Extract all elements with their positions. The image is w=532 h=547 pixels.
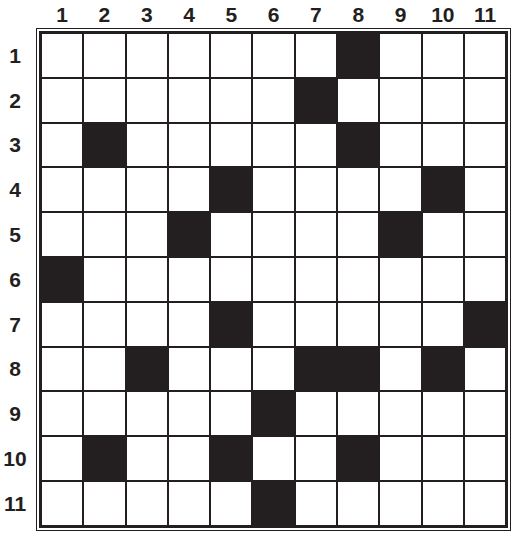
grid-cell-r9c1[interactable] <box>42 392 82 435</box>
puzzle-layout: 1234567891011 1234567891011 <box>0 0 532 531</box>
row-label-1: 1 <box>0 34 36 77</box>
grid-cell-r6c10[interactable] <box>423 258 463 301</box>
grid-cell-r6c3[interactable] <box>127 258 167 301</box>
corner-spacer <box>0 0 36 28</box>
black-cell-r1c8 <box>338 34 378 77</box>
grid-cell-r1c1[interactable] <box>42 34 82 77</box>
grid-cell-r2c1[interactable] <box>42 79 82 122</box>
grid-cell-r9c3[interactable] <box>127 392 167 435</box>
grid-cell-r5c7[interactable] <box>296 213 336 256</box>
grid-cell-r5c6[interactable] <box>253 213 293 256</box>
black-cell-r10c5 <box>211 437 251 480</box>
grid-cell-r6c5[interactable] <box>211 258 251 301</box>
grid-cell-r4c1[interactable] <box>42 168 82 211</box>
grid-cell-r10c1[interactable] <box>42 437 82 480</box>
row-label-5: 5 <box>0 213 36 256</box>
grid-cell-r7c10[interactable] <box>423 303 463 346</box>
grid-cell-r8c4[interactable] <box>169 348 209 391</box>
grid-cell-r7c1[interactable] <box>42 303 82 346</box>
board-frame <box>36 28 511 531</box>
black-cell-r5c4 <box>169 213 209 256</box>
column-label-2: 2 <box>84 4 124 25</box>
column-label-5: 5 <box>211 4 251 25</box>
black-cell-r5c9 <box>380 213 420 256</box>
grid-cell-r11c2[interactable] <box>84 482 124 525</box>
black-cell-r4c10 <box>423 168 463 211</box>
grid-cell-r3c9[interactable] <box>380 124 420 167</box>
grid-cell-r1c2[interactable] <box>84 34 124 77</box>
grid-cell-r4c6[interactable] <box>253 168 293 211</box>
column-label-3: 3 <box>127 4 167 25</box>
grid-cell-r2c9[interactable] <box>380 79 420 122</box>
grid-cell-r11c9[interactable] <box>380 482 420 525</box>
grid-cell-r1c6[interactable] <box>253 34 293 77</box>
grid-cell-r3c4[interactable] <box>169 124 209 167</box>
grid-cell-r9c4[interactable] <box>169 392 209 435</box>
column-label-4: 4 <box>169 4 209 25</box>
grid-cell-r6c7[interactable] <box>296 258 336 301</box>
grid-cell-r4c3[interactable] <box>127 168 167 211</box>
grid-cell-r9c10[interactable] <box>423 392 463 435</box>
grid-cell-r4c9[interactable] <box>380 168 420 211</box>
grid-cell-r7c8[interactable] <box>338 303 378 346</box>
row-labels: 1234567891011 <box>0 28 36 531</box>
row-label-8: 8 <box>0 348 36 391</box>
grid-cell-r9c11[interactable] <box>465 392 505 435</box>
grid-cell-r1c7[interactable] <box>296 34 336 77</box>
grid-cell-r3c10[interactable] <box>423 124 463 167</box>
grid-cell-r2c6[interactable] <box>253 79 293 122</box>
row-label-9: 9 <box>0 392 36 435</box>
grid-cell-r9c2[interactable] <box>84 392 124 435</box>
grid-cell-r8c5[interactable] <box>211 348 251 391</box>
grid-cell-r9c8[interactable] <box>338 392 378 435</box>
grid-cell-r8c1[interactable] <box>42 348 82 391</box>
grid-cell-r10c11[interactable] <box>465 437 505 480</box>
grid-cell-r4c4[interactable] <box>169 168 209 211</box>
grid-cell-r11c7[interactable] <box>296 482 336 525</box>
grid-cell-r7c6[interactable] <box>253 303 293 346</box>
grid-cell-r6c8[interactable] <box>338 258 378 301</box>
row-label-11: 11 <box>0 482 36 525</box>
grid-cell-r3c3[interactable] <box>127 124 167 167</box>
column-label-9: 9 <box>380 4 420 25</box>
grid-cell-r11c11[interactable] <box>465 482 505 525</box>
grid-cell-r11c1[interactable] <box>42 482 82 525</box>
black-cell-r7c11 <box>465 303 505 346</box>
grid-cell-r1c4[interactable] <box>169 34 209 77</box>
grid-cell-r3c11[interactable] <box>465 124 505 167</box>
grid-cell-r2c10[interactable] <box>423 79 463 122</box>
grid-cell-r2c11[interactable] <box>465 79 505 122</box>
grid-cell-r5c2[interactable] <box>84 213 124 256</box>
grid-cell-r2c2[interactable] <box>84 79 124 122</box>
grid-cell-r6c2[interactable] <box>84 258 124 301</box>
grid-cell-r10c7[interactable] <box>296 437 336 480</box>
grid-cell-r2c5[interactable] <box>211 79 251 122</box>
black-cell-r10c2 <box>84 437 124 480</box>
column-label-7: 7 <box>296 4 336 25</box>
grid-cell-r3c6[interactable] <box>253 124 293 167</box>
row-label-3: 3 <box>0 124 36 167</box>
grid-cell-r11c8[interactable] <box>338 482 378 525</box>
grid-cell-r5c8[interactable] <box>338 213 378 256</box>
black-cell-r8c8 <box>338 348 378 391</box>
grid-cell-r11c10[interactable] <box>423 482 463 525</box>
grid-cell-r8c9[interactable] <box>380 348 420 391</box>
grid-cell-r10c4[interactable] <box>169 437 209 480</box>
black-cell-r3c2 <box>84 124 124 167</box>
crossword-grid <box>39 31 508 528</box>
row-label-10: 10 <box>0 437 36 480</box>
grid-cell-r2c4[interactable] <box>169 79 209 122</box>
black-cell-r9c6 <box>253 392 293 435</box>
grid-cell-r1c10[interactable] <box>423 34 463 77</box>
black-cell-r3c8 <box>338 124 378 167</box>
grid-cell-r4c8[interactable] <box>338 168 378 211</box>
grid-cell-r10c3[interactable] <box>127 437 167 480</box>
grid-cell-r1c3[interactable] <box>127 34 167 77</box>
column-labels: 1234567891011 <box>36 0 532 28</box>
black-cell-r11c6 <box>253 482 293 525</box>
grid-cell-r8c6[interactable] <box>253 348 293 391</box>
grid-cell-r3c5[interactable] <box>211 124 251 167</box>
grid-cell-r4c7[interactable] <box>296 168 336 211</box>
grid-cell-r4c11[interactable] <box>465 168 505 211</box>
grid-cell-r6c9[interactable] <box>380 258 420 301</box>
grid-cell-r7c9[interactable] <box>380 303 420 346</box>
grid-cell-r3c7[interactable] <box>296 124 336 167</box>
grid-cell-r9c5[interactable] <box>211 392 251 435</box>
column-label-8: 8 <box>338 4 378 25</box>
grid-cell-r5c1[interactable] <box>42 213 82 256</box>
black-cell-r8c7 <box>296 348 336 391</box>
column-label-6: 6 <box>253 4 293 25</box>
grid-cell-r8c11[interactable] <box>465 348 505 391</box>
grid-cell-r4c2[interactable] <box>84 168 124 211</box>
row-label-7: 7 <box>0 303 36 346</box>
grid-cell-r2c8[interactable] <box>338 79 378 122</box>
grid-cell-r1c9[interactable] <box>380 34 420 77</box>
row-label-2: 2 <box>0 79 36 122</box>
column-label-10: 10 <box>423 4 463 25</box>
grid-cell-r7c2[interactable] <box>84 303 124 346</box>
grid-cell-r9c7[interactable] <box>296 392 336 435</box>
grid-cell-r5c11[interactable] <box>465 213 505 256</box>
grid-cell-r7c4[interactable] <box>169 303 209 346</box>
grid-cell-r6c6[interactable] <box>253 258 293 301</box>
row-label-6: 6 <box>0 258 36 301</box>
grid-cell-r5c3[interactable] <box>127 213 167 256</box>
grid-cell-r11c4[interactable] <box>169 482 209 525</box>
black-cell-r2c7 <box>296 79 336 122</box>
black-cell-r10c8 <box>338 437 378 480</box>
grid-cell-r6c11[interactable] <box>465 258 505 301</box>
black-cell-r8c10 <box>423 348 463 391</box>
grid-cell-r6c4[interactable] <box>169 258 209 301</box>
black-cell-r7c5 <box>211 303 251 346</box>
grid-cell-r11c5[interactable] <box>211 482 251 525</box>
grid-cell-r1c11[interactable] <box>465 34 505 77</box>
grid-cell-r8c2[interactable] <box>84 348 124 391</box>
grid-cell-r7c7[interactable] <box>296 303 336 346</box>
black-cell-r8c3 <box>127 348 167 391</box>
grid-cell-r10c6[interactable] <box>253 437 293 480</box>
black-cell-r6c1 <box>42 258 82 301</box>
grid-cell-r7c3[interactable] <box>127 303 167 346</box>
grid-cell-r3c1[interactable] <box>42 124 82 167</box>
column-label-11: 11 <box>465 4 505 25</box>
grid-cell-r2c3[interactable] <box>127 79 167 122</box>
black-cell-r4c5 <box>211 168 251 211</box>
grid-cell-r9c9[interactable] <box>380 392 420 435</box>
grid-cell-r10c9[interactable] <box>380 437 420 480</box>
grid-cell-r5c5[interactable] <box>211 213 251 256</box>
grid-cell-r10c10[interactable] <box>423 437 463 480</box>
row-label-4: 4 <box>0 168 36 211</box>
grid-cell-r1c5[interactable] <box>211 34 251 77</box>
grid-cell-r5c10[interactable] <box>423 213 463 256</box>
puzzle-page: 1234567891011 1234567891011 <box>0 0 532 547</box>
grid-cell-r11c3[interactable] <box>127 482 167 525</box>
column-label-1: 1 <box>42 4 82 25</box>
